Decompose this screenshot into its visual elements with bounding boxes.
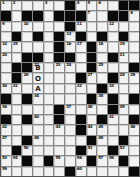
cell-r9c11[interactable]: 33 bbox=[108, 84, 118, 93]
black-cell-r10c13 bbox=[129, 94, 139, 103]
clue-number: 44 bbox=[88, 125, 93, 129]
black-cell-r10c3 bbox=[22, 94, 32, 103]
cell-r5c12[interactable]: 19 bbox=[119, 42, 129, 51]
clue-number: 50 bbox=[23, 146, 28, 150]
cell-r13c10[interactable]: 45 bbox=[97, 125, 107, 134]
cell-r11c4[interactable] bbox=[33, 105, 43, 114]
cell-r5c3[interactable] bbox=[22, 42, 32, 51]
cell-r8c10[interactable] bbox=[97, 73, 107, 82]
cell-r11c9[interactable]: 38 bbox=[87, 105, 97, 114]
black-cell-r6c4 bbox=[33, 53, 43, 62]
black-cell-r7c3 bbox=[22, 63, 32, 72]
cell-r10c12[interactable] bbox=[119, 94, 129, 103]
cell-r17c12[interactable] bbox=[119, 167, 129, 176]
cell-r13c12[interactable] bbox=[119, 125, 129, 134]
cell-r15c10[interactable] bbox=[97, 146, 107, 155]
cell-r5c11[interactable] bbox=[108, 42, 118, 51]
cell-r5c2[interactable]: 15 bbox=[12, 42, 22, 51]
black-cell-r14c9 bbox=[87, 136, 97, 145]
clue-number: 31 bbox=[13, 84, 18, 88]
cell-r13c9[interactable]: 44 bbox=[87, 125, 97, 134]
cell-r12c9[interactable] bbox=[87, 115, 97, 124]
black-cell-r11c6 bbox=[54, 105, 64, 114]
cell-r6c2[interactable] bbox=[12, 53, 22, 62]
cell-r17c6[interactable] bbox=[54, 167, 64, 176]
clue-number: 45 bbox=[98, 125, 103, 129]
cell-r11c1[interactable]: 36 bbox=[1, 105, 11, 114]
cell-r6c13[interactable] bbox=[129, 53, 139, 62]
cell-r13c3[interactable] bbox=[22, 125, 32, 134]
cell-r1c11[interactable] bbox=[108, 1, 118, 10]
cell-r17c1[interactable]: 59 bbox=[1, 167, 11, 176]
cell-r1c8[interactable]: 4 bbox=[76, 1, 86, 10]
cell-r3c6[interactable] bbox=[54, 22, 64, 31]
cell-r12c2[interactable] bbox=[12, 115, 22, 124]
cell-r9c6[interactable] bbox=[54, 84, 64, 93]
black-cell-r8c11 bbox=[108, 73, 118, 82]
cell-r7c7[interactable]: 24 bbox=[65, 63, 75, 72]
clue-number: 9 bbox=[2, 22, 4, 26]
black-cell-r17c13 bbox=[129, 167, 139, 176]
cell-r13c5[interactable] bbox=[44, 125, 54, 134]
cell-r2c9[interactable]: 7 bbox=[87, 11, 97, 20]
clue-number: 26 bbox=[23, 73, 28, 77]
cell-r3c2[interactable] bbox=[12, 22, 22, 31]
black-cell-r16c5 bbox=[44, 156, 54, 165]
clue-number: 54 bbox=[13, 156, 18, 160]
cell-r8c13[interactable]: 29 bbox=[129, 73, 139, 82]
clue-number: 33 bbox=[109, 84, 114, 88]
cell-r17c8[interactable]: 60 bbox=[76, 167, 86, 176]
cell-r7c10[interactable]: 25 bbox=[97, 63, 107, 72]
cell-r3c12[interactable] bbox=[119, 22, 129, 31]
cell-r15c5[interactable] bbox=[44, 146, 54, 155]
black-cell-r14c3 bbox=[22, 136, 32, 145]
black-cell-r10c1 bbox=[1, 94, 11, 103]
cell-r16c2[interactable]: 54 bbox=[12, 156, 22, 165]
black-cell-r8c2 bbox=[12, 73, 22, 82]
clue-number: 59 bbox=[2, 167, 7, 171]
cell-r13c4[interactable] bbox=[33, 125, 43, 134]
cell-r10c5[interactable] bbox=[44, 94, 54, 103]
cell-r11c7[interactable]: 37 bbox=[65, 105, 75, 114]
cell-r8c3[interactable]: 26 bbox=[22, 73, 32, 82]
cell-r4c1[interactable] bbox=[1, 32, 11, 41]
clue-number: 58 bbox=[109, 156, 114, 160]
cell-r16c10[interactable]: 57 bbox=[97, 156, 107, 165]
black-cell-r4c6 bbox=[54, 32, 64, 41]
clue-number: 36 bbox=[2, 105, 7, 109]
black-cell-r15c8 bbox=[76, 146, 86, 155]
clue-number: 24 bbox=[66, 63, 71, 67]
cell-r9c5[interactable] bbox=[44, 84, 54, 93]
clue-number: 39 bbox=[120, 105, 125, 109]
cell-r12c11[interactable]: 41 bbox=[108, 115, 118, 124]
cell-r11c2[interactable] bbox=[12, 105, 22, 114]
cell-r3c5[interactable] bbox=[44, 22, 54, 31]
cell-r9c8[interactable]: 32 bbox=[76, 84, 86, 93]
clue-number: 15 bbox=[13, 42, 18, 46]
cell-r17c9[interactable] bbox=[87, 167, 97, 176]
cell-r13c11[interactable] bbox=[108, 125, 118, 134]
black-cell-r12c13 bbox=[129, 115, 139, 124]
cell-r10c6[interactable] bbox=[54, 94, 64, 103]
clue-number: 49 bbox=[98, 136, 103, 140]
cell-r16c8[interactable]: 56 bbox=[76, 156, 86, 165]
cell-r7c8[interactable] bbox=[76, 63, 86, 72]
cell-r2c13[interactable]: 8 bbox=[129, 11, 139, 20]
cell-r8c7[interactable] bbox=[65, 73, 75, 82]
entered-letter: O bbox=[33, 74, 43, 82]
cell-r14c10[interactable]: 49 bbox=[97, 136, 107, 145]
cell-r8c12[interactable]: 28 bbox=[119, 73, 129, 82]
clue-number: 56 bbox=[77, 156, 82, 160]
cell-r17c2[interactable] bbox=[12, 167, 22, 176]
black-cell-r4c4 bbox=[33, 32, 43, 41]
cell-r15c1[interactable] bbox=[1, 146, 11, 155]
cell-r17c10[interactable] bbox=[97, 167, 107, 176]
cell-r5c1[interactable]: 14 bbox=[1, 42, 11, 51]
cell-r13c6[interactable]: 43 bbox=[54, 125, 64, 134]
black-cell-r17c7 bbox=[65, 167, 75, 176]
black-cell-r12c8 bbox=[76, 115, 86, 124]
cell-r10c7[interactable] bbox=[65, 94, 75, 103]
cell-r1c5[interactable]: 3 bbox=[44, 1, 54, 10]
black-cell-r16c12 bbox=[119, 156, 129, 165]
entered-letter: A bbox=[33, 85, 43, 93]
crossword-grid: 12345678910111213141516171819202122B2324… bbox=[0, 0, 140, 177]
cell-r14c13[interactable] bbox=[129, 136, 139, 145]
clue-number: 43 bbox=[55, 125, 60, 129]
cell-r2c10[interactable] bbox=[97, 11, 107, 20]
cell-r15c9[interactable]: 51 bbox=[87, 146, 97, 155]
cell-r14c4[interactable]: 48 bbox=[33, 136, 43, 145]
clue-number: 34 bbox=[34, 94, 39, 98]
cell-r14c1[interactable]: 47 bbox=[1, 136, 11, 145]
black-cell-r5c9 bbox=[87, 42, 97, 51]
cell-r1c10[interactable]: 6 bbox=[97, 1, 107, 10]
black-cell-r4c2 bbox=[12, 32, 22, 41]
black-cell-r2c1 bbox=[1, 11, 11, 20]
black-cell-r2c7 bbox=[65, 11, 75, 20]
clue-number: 14 bbox=[2, 42, 7, 46]
clue-number: 46 bbox=[130, 125, 135, 129]
cell-r9c2[interactable]: 31 bbox=[12, 84, 22, 93]
clue-number: 19 bbox=[120, 42, 125, 46]
cell-r7c4[interactable]: 22B bbox=[33, 63, 43, 72]
clue-number: 7 bbox=[88, 11, 90, 15]
clue-number: 41 bbox=[109, 115, 114, 119]
cell-r10c10[interactable]: 35 bbox=[97, 94, 107, 103]
cell-r1c9[interactable]: 5 bbox=[87, 1, 97, 10]
black-cell-r2c11 bbox=[108, 11, 118, 20]
cell-r5c8[interactable]: 17 bbox=[76, 42, 86, 51]
cell-r14c5[interactable] bbox=[44, 136, 54, 145]
cell-r6c12[interactable]: 21 bbox=[119, 53, 129, 62]
cell-r1c3[interactable] bbox=[22, 1, 32, 10]
black-cell-r12c6 bbox=[54, 115, 64, 124]
black-cell-r13c8 bbox=[76, 125, 86, 134]
cell-r16c13[interactable] bbox=[129, 156, 139, 165]
cell-r17c5[interactable] bbox=[44, 167, 54, 176]
cell-r6c5[interactable] bbox=[44, 53, 54, 62]
cell-r16c4[interactable] bbox=[33, 156, 43, 165]
clue-number: 60 bbox=[77, 167, 82, 171]
clue-number: 21 bbox=[120, 53, 125, 57]
cell-r14c6[interactable] bbox=[54, 136, 64, 145]
clue-number: 25 bbox=[98, 63, 103, 67]
clue-number: 29 bbox=[130, 73, 135, 77]
clue-number: 1 bbox=[2, 1, 4, 5]
cell-r5c4[interactable] bbox=[33, 42, 43, 51]
cell-r6c1[interactable]: 20 bbox=[1, 53, 11, 62]
cell-r4c13[interactable] bbox=[129, 32, 139, 41]
black-cell-r16c9 bbox=[87, 156, 97, 165]
cell-r16c1[interactable]: 53 bbox=[1, 156, 11, 165]
cell-r14c2[interactable] bbox=[12, 136, 22, 145]
black-cell-r4c12 bbox=[119, 32, 129, 41]
cell-r5c10[interactable]: 18 bbox=[97, 42, 107, 51]
black-cell-r7c9 bbox=[87, 63, 97, 72]
cell-r17c4[interactable] bbox=[33, 167, 43, 176]
black-cell-r1c13 bbox=[129, 1, 139, 10]
cell-r3c8[interactable]: 11 bbox=[76, 22, 86, 31]
cell-r15c6[interactable] bbox=[54, 146, 64, 155]
cell-r12c7[interactable] bbox=[65, 115, 75, 124]
cell-r11c12[interactable]: 39 bbox=[119, 105, 129, 114]
cell-r13c1[interactable]: 42 bbox=[1, 125, 11, 134]
clue-number: 52 bbox=[120, 146, 125, 150]
black-cell-r11c11 bbox=[108, 105, 118, 114]
cell-r9c4[interactable]: A bbox=[33, 84, 43, 93]
cell-r11c3[interactable] bbox=[22, 105, 32, 114]
black-cell-r8c8 bbox=[76, 73, 86, 82]
cell-r3c3[interactable]: 10 bbox=[22, 22, 32, 31]
cell-r15c7[interactable] bbox=[65, 146, 75, 155]
clue-number: 12 bbox=[109, 22, 114, 26]
cell-r9c12[interactable] bbox=[119, 84, 129, 93]
clue-number: 3 bbox=[45, 1, 47, 5]
cell-r15c12[interactable]: 52 bbox=[119, 146, 129, 155]
cell-r3c11[interactable]: 12 bbox=[108, 22, 118, 31]
black-cell-r10c9 bbox=[87, 94, 97, 103]
black-cell-r6c11 bbox=[108, 53, 118, 62]
cell-r16c7[interactable] bbox=[65, 156, 75, 165]
cell-r11c5[interactable] bbox=[44, 105, 54, 114]
cell-r4c5[interactable] bbox=[44, 32, 54, 41]
black-cell-r15c11 bbox=[108, 146, 118, 155]
cell-r8c6[interactable] bbox=[54, 73, 64, 82]
black-cell-r2c6 bbox=[54, 11, 64, 20]
cell-r14c7[interactable] bbox=[65, 136, 75, 145]
cell-r8c1[interactable] bbox=[1, 73, 11, 82]
cell-r4c11[interactable] bbox=[108, 32, 118, 41]
cell-r15c13[interactable] bbox=[129, 146, 139, 155]
cell-r17c3[interactable] bbox=[22, 167, 32, 176]
clue-number: 28 bbox=[120, 73, 125, 77]
clue-number: 53 bbox=[2, 156, 7, 160]
black-cell-r2c3 bbox=[22, 11, 32, 20]
clue-number: 11 bbox=[77, 22, 82, 26]
cell-r4c9[interactable] bbox=[87, 32, 97, 41]
black-cell-r4c8 bbox=[76, 32, 86, 41]
cell-r5c13[interactable] bbox=[129, 42, 139, 51]
cell-r2c2[interactable] bbox=[12, 11, 22, 20]
cell-r1c2[interactable]: 2 bbox=[12, 1, 22, 10]
black-cell-r5c6 bbox=[54, 42, 64, 51]
black-cell-r6c9 bbox=[87, 53, 97, 62]
cell-r8c4[interactable]: O bbox=[33, 73, 43, 82]
cell-r12c12[interactable] bbox=[119, 115, 129, 124]
cell-r15c4[interactable] bbox=[33, 146, 43, 155]
black-cell-r12c3 bbox=[22, 115, 32, 124]
black-cell-r1c12 bbox=[119, 1, 129, 10]
cell-r5c5[interactable] bbox=[44, 42, 54, 51]
cell-r15c3[interactable]: 50 bbox=[22, 146, 32, 155]
cell-r9c13[interactable] bbox=[129, 84, 139, 93]
black-cell-r6c6 bbox=[54, 53, 64, 62]
black-cell-r6c7 bbox=[65, 53, 75, 62]
black-cell-r1c7 bbox=[65, 1, 75, 10]
black-cell-r12c10 bbox=[97, 115, 107, 124]
clue-number: 40 bbox=[34, 115, 39, 119]
clue-number: 10 bbox=[23, 22, 28, 26]
clue-number: 35 bbox=[98, 94, 103, 98]
cell-r12c4[interactable]: 40 bbox=[33, 115, 43, 124]
cell-r13c2[interactable] bbox=[12, 125, 22, 134]
entered-letter: B bbox=[33, 64, 43, 72]
clue-number: 2 bbox=[13, 1, 15, 5]
cell-r10c8[interactable] bbox=[76, 94, 86, 103]
clue-number: 8 bbox=[130, 11, 132, 15]
cell-r3c4[interactable] bbox=[33, 22, 43, 31]
cell-r1c6[interactable] bbox=[54, 1, 64, 10]
black-cell-r14c12 bbox=[119, 136, 129, 145]
cell-r1c4[interactable] bbox=[33, 1, 43, 10]
clue-number: 42 bbox=[2, 125, 7, 129]
black-cell-r2c4 bbox=[33, 11, 43, 20]
clue-number: 6 bbox=[98, 1, 100, 5]
clue-number: 20 bbox=[2, 53, 7, 57]
cell-r9c9[interactable] bbox=[87, 84, 97, 93]
cell-r16c6[interactable]: 55 bbox=[54, 156, 64, 165]
cell-r5c7[interactable]: 16 bbox=[65, 42, 75, 51]
clue-number: 37 bbox=[66, 105, 71, 109]
cell-r3c10[interactable] bbox=[97, 22, 107, 31]
cell-r6c10[interactable] bbox=[97, 53, 107, 62]
cell-r1c1[interactable]: 1 bbox=[1, 1, 11, 10]
cell-r2c5[interactable] bbox=[44, 11, 54, 20]
clue-number: 5 bbox=[88, 1, 90, 5]
cell-r13c7[interactable] bbox=[65, 125, 75, 134]
clue-number: 18 bbox=[98, 42, 103, 46]
black-cell-r16c3 bbox=[22, 156, 32, 165]
cell-r3c9[interactable] bbox=[87, 22, 97, 31]
black-cell-r7c13 bbox=[129, 63, 139, 72]
cell-r6c8[interactable] bbox=[76, 53, 86, 62]
cell-r11c10[interactable] bbox=[97, 105, 107, 114]
clue-number: 23 bbox=[55, 63, 60, 67]
cell-r8c9[interactable]: 27 bbox=[87, 73, 97, 82]
clue-number: 17 bbox=[77, 42, 82, 46]
cell-r14c11[interactable] bbox=[108, 136, 118, 145]
cell-r9c1[interactable]: 30 bbox=[1, 84, 11, 93]
clue-number: 27 bbox=[88, 73, 93, 77]
cell-r11c13[interactable] bbox=[129, 105, 139, 114]
cell-r12c5[interactable] bbox=[44, 115, 54, 124]
black-cell-r15c2 bbox=[12, 146, 22, 155]
cell-r10c4[interactable]: 34 bbox=[33, 94, 43, 103]
cell-r4c3[interactable] bbox=[22, 32, 32, 41]
clue-number: 32 bbox=[77, 84, 82, 88]
clue-number: 48 bbox=[34, 136, 39, 140]
clue-number: 30 bbox=[2, 84, 7, 88]
clue-number: 51 bbox=[88, 146, 93, 150]
cell-r9c3[interactable] bbox=[22, 84, 32, 93]
cell-r9c7[interactable] bbox=[65, 84, 75, 93]
clue-number: 55 bbox=[55, 156, 60, 160]
black-cell-r2c8 bbox=[76, 11, 86, 20]
cell-r3c1[interactable]: 9 bbox=[1, 22, 11, 31]
cell-r7c1[interactable] bbox=[1, 63, 11, 72]
black-cell-r3c7 bbox=[65, 22, 75, 31]
black-cell-r12c1 bbox=[1, 115, 11, 124]
cell-r16c11[interactable]: 58 bbox=[108, 156, 118, 165]
cell-r14c8[interactable] bbox=[76, 136, 86, 145]
clue-number: 4 bbox=[77, 1, 79, 5]
cell-r7c11[interactable] bbox=[108, 63, 118, 72]
clue-number: 13 bbox=[66, 32, 71, 36]
cell-r7c6[interactable]: 23 bbox=[54, 63, 64, 72]
cell-r3c13[interactable] bbox=[129, 22, 139, 31]
cell-r13c13[interactable]: 46 bbox=[129, 125, 139, 134]
cell-r10c2[interactable] bbox=[12, 94, 22, 103]
black-cell-r10c11 bbox=[108, 94, 118, 103]
cell-r4c7[interactable]: 13 bbox=[65, 32, 75, 41]
cell-r7c5[interactable] bbox=[44, 63, 54, 72]
black-cell-r7c2 bbox=[12, 63, 22, 72]
black-cell-r4c10 bbox=[97, 32, 107, 41]
clue-number: 16 bbox=[66, 42, 71, 46]
clue-number: 57 bbox=[98, 156, 103, 160]
cell-r11c8[interactable] bbox=[76, 105, 86, 114]
black-cell-r2c12 bbox=[119, 11, 129, 20]
cell-r17c11[interactable] bbox=[108, 167, 118, 176]
cell-r7c12[interactable] bbox=[119, 63, 129, 72]
clue-number: 47 bbox=[2, 136, 7, 140]
clue-number: 38 bbox=[88, 105, 93, 109]
cell-r8c5[interactable] bbox=[44, 73, 54, 82]
black-cell-r9c10 bbox=[97, 84, 107, 93]
black-cell-r6c3 bbox=[22, 53, 32, 62]
